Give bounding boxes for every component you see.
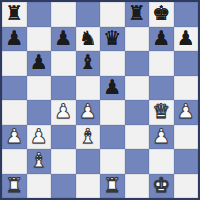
- square-b7[interactable]: [27, 27, 52, 52]
- square-a8[interactable]: ♜: [2, 2, 27, 27]
- square-g5[interactable]: [149, 76, 174, 101]
- black-pawn-piece[interactable]: ♟: [177, 28, 195, 48]
- square-c2[interactable]: [51, 149, 76, 174]
- white-queen-piece[interactable]: ♛: [152, 101, 170, 121]
- chess-board-frame: ♜♜♚♟♟♞♛♟♟♟♝♟♟♟♛♟♟♟♝♟♝♜♜♚: [0, 0, 200, 200]
- square-a7[interactable]: ♟: [2, 27, 27, 52]
- white-pawn-piece[interactable]: ♟: [79, 101, 97, 121]
- square-g6[interactable]: [149, 51, 174, 76]
- square-c6[interactable]: [51, 51, 76, 76]
- black-bishop-piece[interactable]: ♝: [79, 52, 97, 72]
- square-d6[interactable]: ♝: [76, 51, 101, 76]
- white-rook-piece[interactable]: ♜: [103, 175, 121, 195]
- white-pawn-piece[interactable]: ♟: [30, 126, 48, 146]
- square-c3[interactable]: [51, 125, 76, 150]
- black-rook-piece[interactable]: ♜: [5, 3, 23, 23]
- square-f5[interactable]: [125, 76, 150, 101]
- square-f8[interactable]: ♜: [125, 2, 150, 27]
- square-h5[interactable]: [174, 76, 199, 101]
- black-pawn-piece[interactable]: ♟: [54, 28, 72, 48]
- white-pawn-piece[interactable]: ♟: [54, 101, 72, 121]
- square-a3[interactable]: ♟: [2, 125, 27, 150]
- square-e7[interactable]: ♛: [100, 27, 125, 52]
- black-pawn-piece[interactable]: ♟: [152, 28, 170, 48]
- square-h8[interactable]: [174, 2, 199, 27]
- square-f3[interactable]: [125, 125, 150, 150]
- square-f4[interactable]: [125, 100, 150, 125]
- square-c1[interactable]: [51, 174, 76, 199]
- square-d7[interactable]: ♞: [76, 27, 101, 52]
- square-h1[interactable]: [174, 174, 199, 199]
- square-g7[interactable]: ♟: [149, 27, 174, 52]
- square-e3[interactable]: [100, 125, 125, 150]
- square-e8[interactable]: [100, 2, 125, 27]
- square-h7[interactable]: ♟: [174, 27, 199, 52]
- square-h2[interactable]: [174, 149, 199, 174]
- square-e1[interactable]: ♜: [100, 174, 125, 199]
- square-g3[interactable]: ♟: [149, 125, 174, 150]
- square-f7[interactable]: [125, 27, 150, 52]
- square-a6[interactable]: [2, 51, 27, 76]
- white-rook-piece[interactable]: ♜: [5, 175, 23, 195]
- white-bishop-piece[interactable]: ♝: [30, 150, 48, 170]
- square-h3[interactable]: [174, 125, 199, 150]
- square-f6[interactable]: [125, 51, 150, 76]
- square-e6[interactable]: [100, 51, 125, 76]
- square-a5[interactable]: [2, 76, 27, 101]
- square-b2[interactable]: ♝: [27, 149, 52, 174]
- square-b6[interactable]: ♟: [27, 51, 52, 76]
- square-a4[interactable]: [2, 100, 27, 125]
- square-e2[interactable]: [100, 149, 125, 174]
- square-b8[interactable]: [27, 2, 52, 27]
- black-pawn-piece[interactable]: ♟: [103, 77, 121, 97]
- square-e4[interactable]: [100, 100, 125, 125]
- square-c5[interactable]: [51, 76, 76, 101]
- square-d4[interactable]: ♟: [76, 100, 101, 125]
- white-pawn-piece[interactable]: ♟: [5, 126, 23, 146]
- chess-board: ♜♜♚♟♟♞♛♟♟♟♝♟♟♟♛♟♟♟♝♟♝♜♜♚: [2, 2, 198, 198]
- square-a2[interactable]: [2, 149, 27, 174]
- square-d3[interactable]: ♝: [76, 125, 101, 150]
- square-h6[interactable]: [174, 51, 199, 76]
- square-e5[interactable]: ♟: [100, 76, 125, 101]
- square-d2[interactable]: [76, 149, 101, 174]
- square-f1[interactable]: [125, 174, 150, 199]
- square-d8[interactable]: [76, 2, 101, 27]
- black-knight-piece[interactable]: ♞: [79, 28, 97, 48]
- square-g8[interactable]: ♚: [149, 2, 174, 27]
- black-pawn-piece[interactable]: ♟: [5, 28, 23, 48]
- square-b3[interactable]: ♟: [27, 125, 52, 150]
- square-b5[interactable]: [27, 76, 52, 101]
- black-king-piece[interactable]: ♚: [152, 3, 170, 23]
- white-bishop-piece[interactable]: ♝: [79, 126, 97, 146]
- black-pawn-piece[interactable]: ♟: [30, 52, 48, 72]
- square-b4[interactable]: [27, 100, 52, 125]
- black-rook-piece[interactable]: ♜: [128, 3, 146, 23]
- square-d5[interactable]: [76, 76, 101, 101]
- square-d1[interactable]: [76, 174, 101, 199]
- square-c8[interactable]: [51, 2, 76, 27]
- square-g4[interactable]: ♛: [149, 100, 174, 125]
- square-b1[interactable]: [27, 174, 52, 199]
- square-c4[interactable]: ♟: [51, 100, 76, 125]
- square-g2[interactable]: [149, 149, 174, 174]
- square-a1[interactable]: ♜: [2, 174, 27, 199]
- white-pawn-piece[interactable]: ♟: [177, 101, 195, 121]
- black-queen-piece[interactable]: ♛: [103, 28, 121, 48]
- white-pawn-piece[interactable]: ♟: [152, 126, 170, 146]
- square-h4[interactable]: ♟: [174, 100, 199, 125]
- square-c7[interactable]: ♟: [51, 27, 76, 52]
- white-king-piece[interactable]: ♚: [152, 175, 170, 195]
- square-f2[interactable]: [125, 149, 150, 174]
- square-g1[interactable]: ♚: [149, 174, 174, 199]
